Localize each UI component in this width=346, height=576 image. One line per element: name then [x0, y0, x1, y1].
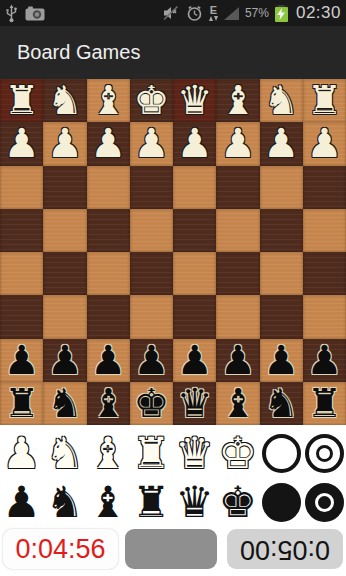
board-square[interactable]: ♟: [43, 339, 86, 382]
board-square[interactable]: ♟: [43, 122, 86, 165]
board-square[interactable]: [130, 295, 173, 338]
black-rook-icon: ♜: [306, 382, 342, 425]
board-square[interactable]: [43, 209, 86, 252]
black-knight-icon: ♞: [263, 382, 299, 425]
tray-white-pawn[interactable]: ♟: [0, 429, 43, 478]
white-bishop-icon: ♝: [89, 429, 128, 478]
board-square[interactable]: [260, 166, 303, 209]
black-pawn-icon: ♟: [4, 339, 40, 382]
black-pawn-icon: ♟: [2, 478, 41, 527]
tray-black-knight[interactable]: ♞: [43, 478, 86, 527]
board-square[interactable]: [260, 209, 303, 252]
tray-black-pawn[interactable]: ♟: [0, 478, 43, 527]
board-square[interactable]: ♞: [260, 79, 303, 122]
white-pawn-icon: ♟: [47, 122, 83, 165]
board-square[interactable]: [0, 295, 43, 338]
tray-black-bishop[interactable]: ♝: [87, 478, 130, 527]
board-square[interactable]: [173, 295, 216, 338]
board-square[interactable]: [0, 252, 43, 295]
downlink-arrow-icon: [214, 16, 218, 21]
tray-black-queen[interactable]: ♛: [173, 478, 216, 527]
board-square[interactable]: ♞: [43, 79, 86, 122]
board-square[interactable]: ♟: [173, 122, 216, 165]
board-square[interactable]: [87, 252, 130, 295]
white-pawn-icon: ♟: [306, 122, 342, 165]
tray-black-disc[interactable]: [260, 478, 303, 527]
white-ring-double-icon: [305, 434, 344, 473]
white-pawn-icon: ♟: [133, 122, 169, 165]
board-square[interactable]: ♟: [0, 339, 43, 382]
board-square[interactable]: [43, 295, 86, 338]
board-square[interactable]: ♝: [87, 79, 130, 122]
white-pawn-icon: ♟: [2, 429, 41, 478]
white-knight-icon: ♞: [46, 429, 85, 478]
tray-black-rook[interactable]: ♜: [130, 478, 173, 527]
white-pawn-icon: ♟: [4, 122, 40, 165]
white-rook-icon: ♜: [4, 79, 40, 122]
board-square[interactable]: ♜: [303, 79, 346, 122]
board-square[interactable]: ♟: [130, 122, 173, 165]
white-knight-icon: ♞: [263, 79, 299, 122]
vibrate-icon: [162, 5, 180, 21]
black-pawn-icon: ♟: [177, 339, 213, 382]
white-queen-icon: ♛: [177, 79, 213, 122]
clock-time: 02:30: [296, 3, 341, 23]
black-timer-value: 0:05:00: [240, 534, 330, 565]
board-square[interactable]: [87, 166, 130, 209]
tray-white-rook[interactable]: ♜: [130, 429, 173, 478]
black-rook-icon: ♜: [132, 478, 171, 527]
black-bishop-icon: ♝: [89, 478, 128, 527]
black-king-icon: ♚: [133, 382, 169, 425]
white-pawn-icon: ♟: [220, 122, 256, 165]
white-piece-tray: ♟♞♝♜♛♚: [0, 429, 346, 478]
black-piece-tray: ♟♞♝♜♛♚: [0, 478, 346, 527]
board-square[interactable]: [43, 252, 86, 295]
board-square[interactable]: [303, 166, 346, 209]
board-square[interactable]: ♝: [216, 79, 259, 122]
black-pawn-icon: ♟: [220, 339, 256, 382]
board-square[interactable]: [43, 166, 86, 209]
board-square[interactable]: ♟: [260, 339, 303, 382]
white-knight-icon: ♞: [47, 79, 83, 122]
alarm-icon: [186, 5, 203, 22]
edge-network-icon: E: [209, 5, 218, 21]
black-pawn-icon: ♟: [306, 339, 342, 382]
black-timer[interactable]: 0:05:00: [227, 529, 343, 569]
board-square[interactable]: [216, 166, 259, 209]
tray-white-ring-double[interactable]: [303, 429, 346, 478]
charging-bolt-icon: [277, 8, 285, 20]
board-square[interactable]: ♛: [173, 382, 216, 425]
white-bishop-icon: ♝: [220, 79, 256, 122]
black-pawn-icon: ♟: [90, 339, 126, 382]
board-square[interactable]: [130, 209, 173, 252]
board-square[interactable]: [216, 252, 259, 295]
board-square[interactable]: [303, 295, 346, 338]
board-square[interactable]: [260, 295, 303, 338]
tray-white-king[interactable]: ♚: [216, 429, 259, 478]
board-square[interactable]: [173, 252, 216, 295]
black-queen-icon: ♛: [177, 382, 213, 425]
board-square[interactable]: ♟: [87, 339, 130, 382]
black-king-icon: ♚: [219, 478, 258, 527]
board-square[interactable]: [303, 252, 346, 295]
board-square[interactable]: ♟: [0, 122, 43, 165]
black-rook-icon: ♜: [4, 382, 40, 425]
app-screen: E 57% 02:30 Board Games ♜♞♝♚♛♝♞♜♟♟♟♟♟♟♟♟…: [0, 0, 346, 576]
tray-black-disc-ring[interactable]: [303, 478, 346, 527]
timer-row: 0:04:56 0:05:00: [0, 527, 346, 570]
board-square[interactable]: ♝: [87, 382, 130, 425]
battery-percent: 57%: [245, 6, 269, 20]
board-square[interactable]: ♚: [130, 79, 173, 122]
board-square[interactable]: ♟: [87, 122, 130, 165]
tray-white-ring[interactable]: [260, 429, 303, 478]
title-bar: Board Games: [0, 26, 346, 79]
tray-white-queen[interactable]: ♛: [173, 429, 216, 478]
black-disc-ring-icon: [305, 483, 344, 522]
board-square[interactable]: [87, 295, 130, 338]
white-pawn-icon: ♟: [177, 122, 213, 165]
board-square[interactable]: ♟: [260, 122, 303, 165]
board-square[interactable]: ♟: [130, 339, 173, 382]
black-knight-icon: ♞: [46, 478, 85, 527]
board-square[interactable]: ♜: [0, 79, 43, 122]
white-rook-icon: ♜: [306, 79, 342, 122]
board-square[interactable]: [0, 166, 43, 209]
white-queen-icon: ♛: [175, 429, 214, 478]
board-square[interactable]: ♟: [303, 339, 346, 382]
white-king-icon: ♚: [133, 79, 169, 122]
black-knight-icon: ♞: [47, 382, 83, 425]
black-pawn-icon: ♟: [133, 339, 169, 382]
tray-white-bishop[interactable]: ♝: [87, 429, 130, 478]
board-square[interactable]: ♟: [173, 339, 216, 382]
board-square[interactable]: ♟: [216, 339, 259, 382]
white-pawn-icon: ♟: [263, 122, 299, 165]
page-title: Board Games: [17, 41, 140, 64]
white-timer[interactable]: 0:04:56: [3, 529, 118, 569]
white-ring-icon: [262, 434, 301, 473]
board-square[interactable]: [130, 252, 173, 295]
white-pawn-icon: ♟: [90, 122, 126, 165]
board-square[interactable]: ♟: [303, 122, 346, 165]
board-square[interactable]: [260, 252, 303, 295]
board-square[interactable]: [0, 209, 43, 252]
network-type-label: E: [210, 5, 217, 16]
uplink-arrow-icon: [209, 16, 213, 21]
board-square[interactable]: ♝: [216, 382, 259, 425]
board-square[interactable]: [173, 209, 216, 252]
piece-trays: ♟♞♝♜♛♚ ♟♞♝♜♛♚: [0, 425, 346, 527]
board-square[interactable]: ♛: [173, 79, 216, 122]
black-bishop-icon: ♝: [220, 382, 256, 425]
board-square[interactable]: [87, 209, 130, 252]
black-pawn-icon: ♟: [47, 339, 83, 382]
board-square[interactable]: ♟: [216, 122, 259, 165]
battery-icon: [275, 5, 288, 22]
camera-icon: [25, 6, 45, 21]
tray-white-knight[interactable]: ♞: [43, 429, 86, 478]
signal-icon: [224, 7, 239, 20]
black-queen-icon: ♛: [175, 478, 214, 527]
board-square[interactable]: [216, 209, 259, 252]
tray-black-king[interactable]: ♚: [216, 478, 259, 527]
board-square[interactable]: ♞: [260, 382, 303, 425]
board-square[interactable]: [216, 295, 259, 338]
board-square[interactable]: [130, 166, 173, 209]
board-square[interactable]: ♞: [43, 382, 86, 425]
board-square[interactable]: ♚: [130, 382, 173, 425]
timer-middle-button[interactable]: [125, 529, 217, 569]
white-timer-value: 0:04:56: [15, 534, 105, 565]
board-square[interactable]: ♜: [303, 382, 346, 425]
white-rook-icon: ♜: [132, 429, 171, 478]
black-disc-icon: [262, 483, 301, 522]
board-square[interactable]: [173, 166, 216, 209]
status-bar: E 57% 02:30: [0, 0, 346, 26]
chess-board: ♜♞♝♚♛♝♞♜♟♟♟♟♟♟♟♟♟♟♟♟♟♟♟♟♜♞♝♚♛♝♞♜: [0, 79, 346, 425]
black-bishop-icon: ♝: [90, 382, 126, 425]
white-king-icon: ♚: [219, 429, 258, 478]
board-square[interactable]: ♜: [0, 382, 43, 425]
board-square[interactable]: [303, 209, 346, 252]
black-pawn-icon: ♟: [263, 339, 299, 382]
white-bishop-icon: ♝: [90, 79, 126, 122]
usb-icon: [5, 4, 18, 23]
